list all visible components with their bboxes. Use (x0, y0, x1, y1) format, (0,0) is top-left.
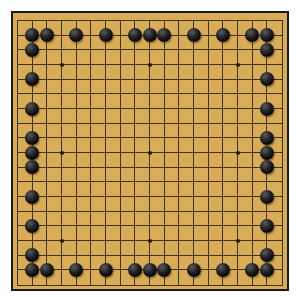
intersection[interactable] (172, 87, 187, 102)
intersection[interactable] (201, 263, 216, 278)
intersection[interactable] (230, 248, 245, 263)
intersection[interactable] (40, 160, 55, 175)
intersection[interactable] (186, 116, 201, 131)
intersection[interactable] (113, 87, 128, 102)
intersection[interactable] (25, 233, 40, 248)
intersection[interactable] (142, 204, 157, 219)
intersection[interactable] (98, 28, 113, 43)
intersection[interactable] (157, 13, 172, 28)
intersection[interactable] (260, 72, 275, 87)
intersection[interactable] (274, 28, 289, 43)
intersection[interactable] (40, 43, 55, 58)
intersection[interactable] (216, 233, 231, 248)
intersection[interactable] (98, 175, 113, 190)
intersection[interactable] (40, 101, 55, 116)
intersection[interactable] (10, 204, 25, 219)
intersection[interactable] (245, 72, 260, 87)
intersection[interactable] (216, 263, 231, 278)
intersection[interactable] (40, 13, 55, 28)
intersection[interactable] (10, 116, 25, 131)
intersection[interactable] (10, 277, 25, 292)
intersection[interactable] (230, 43, 245, 58)
intersection[interactable] (98, 248, 113, 263)
intersection[interactable] (84, 145, 99, 160)
intersection[interactable] (186, 219, 201, 234)
intersection[interactable] (69, 189, 84, 204)
intersection[interactable] (201, 160, 216, 175)
intersection[interactable] (260, 13, 275, 28)
intersection[interactable] (69, 277, 84, 292)
intersection[interactable] (245, 248, 260, 263)
intersection[interactable] (40, 131, 55, 146)
intersection[interactable] (128, 43, 143, 58)
intersection[interactable] (113, 131, 128, 146)
intersection[interactable] (172, 13, 187, 28)
intersection[interactable] (40, 116, 55, 131)
intersection[interactable] (201, 277, 216, 292)
intersection[interactable] (157, 28, 172, 43)
intersection[interactable] (98, 131, 113, 146)
intersection[interactable] (113, 28, 128, 43)
intersection[interactable] (172, 145, 187, 160)
intersection[interactable] (128, 204, 143, 219)
intersection[interactable] (216, 43, 231, 58)
intersection[interactable] (172, 116, 187, 131)
intersection[interactable] (69, 219, 84, 234)
intersection[interactable] (274, 87, 289, 102)
intersection[interactable] (274, 72, 289, 87)
intersection[interactable] (230, 28, 245, 43)
intersection[interactable] (54, 131, 69, 146)
intersection[interactable] (25, 175, 40, 190)
intersection[interactable] (230, 131, 245, 146)
intersection[interactable] (274, 263, 289, 278)
intersection[interactable] (216, 57, 231, 72)
intersection[interactable] (157, 175, 172, 190)
intersection[interactable] (245, 28, 260, 43)
intersection[interactable] (230, 160, 245, 175)
intersection[interactable] (172, 57, 187, 72)
intersection[interactable] (98, 116, 113, 131)
intersection[interactable] (245, 263, 260, 278)
intersection[interactable] (84, 57, 99, 72)
intersection[interactable] (245, 233, 260, 248)
intersection[interactable] (54, 233, 69, 248)
intersection[interactable] (84, 277, 99, 292)
intersection[interactable] (230, 87, 245, 102)
intersection[interactable] (230, 57, 245, 72)
intersection[interactable] (10, 189, 25, 204)
intersection[interactable] (113, 43, 128, 58)
intersection[interactable] (84, 175, 99, 190)
intersection[interactable] (113, 277, 128, 292)
intersection[interactable] (25, 204, 40, 219)
intersection[interactable] (54, 219, 69, 234)
intersection[interactable] (186, 263, 201, 278)
intersection[interactable] (230, 233, 245, 248)
intersection[interactable] (201, 28, 216, 43)
intersection[interactable] (260, 87, 275, 102)
intersection[interactable] (54, 160, 69, 175)
intersection[interactable] (216, 13, 231, 28)
intersection[interactable] (128, 248, 143, 263)
intersection[interactable] (274, 204, 289, 219)
intersection[interactable] (201, 87, 216, 102)
intersection[interactable] (186, 72, 201, 87)
intersection[interactable] (245, 204, 260, 219)
intersection[interactable] (10, 87, 25, 102)
intersection[interactable] (113, 263, 128, 278)
intersection[interactable] (216, 189, 231, 204)
intersection[interactable] (98, 263, 113, 278)
intersection[interactable] (216, 28, 231, 43)
intersection[interactable] (98, 43, 113, 58)
intersection[interactable] (157, 160, 172, 175)
intersection[interactable] (69, 72, 84, 87)
intersection[interactable] (230, 219, 245, 234)
intersection[interactable] (201, 101, 216, 116)
intersection[interactable] (201, 43, 216, 58)
intersection[interactable] (260, 101, 275, 116)
intersection[interactable] (98, 277, 113, 292)
intersection[interactable] (40, 248, 55, 263)
intersection[interactable] (201, 219, 216, 234)
intersection[interactable] (216, 219, 231, 234)
intersection[interactable] (260, 116, 275, 131)
intersection[interactable] (201, 233, 216, 248)
intersection[interactable] (69, 263, 84, 278)
intersection[interactable] (201, 131, 216, 146)
intersection[interactable] (84, 131, 99, 146)
intersection[interactable] (157, 131, 172, 146)
intersection[interactable] (186, 145, 201, 160)
intersection[interactable] (25, 160, 40, 175)
intersection[interactable] (98, 160, 113, 175)
intersection[interactable] (84, 87, 99, 102)
intersection[interactable] (216, 204, 231, 219)
intersection[interactable] (128, 263, 143, 278)
intersection[interactable] (69, 204, 84, 219)
intersection[interactable] (260, 277, 275, 292)
intersection[interactable] (245, 87, 260, 102)
intersection[interactable] (230, 116, 245, 131)
intersection[interactable] (245, 131, 260, 146)
intersection[interactable] (245, 101, 260, 116)
intersection[interactable] (40, 57, 55, 72)
intersection[interactable] (10, 175, 25, 190)
intersection[interactable] (98, 57, 113, 72)
intersection[interactable] (260, 57, 275, 72)
intersection[interactable] (54, 28, 69, 43)
intersection[interactable] (216, 72, 231, 87)
intersection[interactable] (201, 13, 216, 28)
intersection[interactable] (10, 263, 25, 278)
intersection[interactable] (230, 263, 245, 278)
intersection[interactable] (260, 219, 275, 234)
intersection[interactable] (157, 277, 172, 292)
intersection[interactable] (54, 101, 69, 116)
intersection[interactable] (54, 175, 69, 190)
intersection[interactable] (69, 248, 84, 263)
intersection[interactable] (142, 13, 157, 28)
intersection[interactable] (69, 43, 84, 58)
intersection[interactable] (274, 145, 289, 160)
intersection[interactable] (54, 263, 69, 278)
intersection[interactable] (274, 57, 289, 72)
intersection[interactable] (142, 248, 157, 263)
intersection[interactable] (113, 57, 128, 72)
intersection[interactable] (245, 189, 260, 204)
intersection[interactable] (84, 263, 99, 278)
intersection[interactable] (142, 189, 157, 204)
intersection[interactable] (186, 87, 201, 102)
intersection[interactable] (113, 175, 128, 190)
intersection[interactable] (25, 72, 40, 87)
intersection[interactable] (201, 175, 216, 190)
intersection[interactable] (54, 277, 69, 292)
intersection[interactable] (274, 131, 289, 146)
intersection[interactable] (10, 43, 25, 58)
intersection[interactable] (69, 131, 84, 146)
intersection[interactable] (54, 72, 69, 87)
intersection[interactable] (10, 57, 25, 72)
intersection[interactable] (274, 43, 289, 58)
intersection[interactable] (54, 204, 69, 219)
intersection[interactable] (54, 116, 69, 131)
intersection[interactable] (40, 72, 55, 87)
intersection[interactable] (186, 28, 201, 43)
intersection[interactable] (40, 175, 55, 190)
intersection[interactable] (84, 219, 99, 234)
intersection[interactable] (260, 28, 275, 43)
intersection[interactable] (69, 175, 84, 190)
intersection[interactable] (69, 57, 84, 72)
intersection[interactable] (25, 43, 40, 58)
intersection[interactable] (245, 277, 260, 292)
intersection[interactable] (186, 43, 201, 58)
intersection[interactable] (201, 72, 216, 87)
intersection[interactable] (40, 189, 55, 204)
intersection[interactable] (274, 160, 289, 175)
intersection[interactable] (40, 28, 55, 43)
intersection[interactable] (84, 43, 99, 58)
intersection[interactable] (245, 57, 260, 72)
intersection[interactable] (157, 72, 172, 87)
intersection[interactable] (128, 28, 143, 43)
intersection[interactable] (40, 145, 55, 160)
intersection[interactable] (25, 263, 40, 278)
intersection[interactable] (157, 43, 172, 58)
intersection[interactable] (25, 101, 40, 116)
intersection[interactable] (172, 219, 187, 234)
intersection[interactable] (245, 13, 260, 28)
intersection[interactable] (54, 57, 69, 72)
intersection[interactable] (54, 13, 69, 28)
intersection[interactable] (69, 233, 84, 248)
intersection[interactable] (142, 101, 157, 116)
intersection[interactable] (40, 87, 55, 102)
intersection[interactable] (84, 248, 99, 263)
intersection[interactable] (245, 175, 260, 190)
intersection[interactable] (157, 101, 172, 116)
intersection[interactable] (25, 131, 40, 146)
intersection[interactable] (84, 233, 99, 248)
intersection[interactable] (216, 87, 231, 102)
intersection[interactable] (216, 145, 231, 160)
intersection[interactable] (274, 175, 289, 190)
intersection[interactable] (216, 175, 231, 190)
intersection[interactable] (172, 28, 187, 43)
intersection[interactable] (113, 13, 128, 28)
intersection[interactable] (84, 101, 99, 116)
intersection[interactable] (69, 160, 84, 175)
intersection[interactable] (172, 263, 187, 278)
intersection[interactable] (157, 116, 172, 131)
intersection[interactable] (216, 248, 231, 263)
intersection[interactable] (54, 248, 69, 263)
intersection[interactable] (10, 101, 25, 116)
intersection[interactable] (10, 28, 25, 43)
intersection[interactable] (157, 263, 172, 278)
intersection[interactable] (230, 145, 245, 160)
intersection[interactable] (274, 219, 289, 234)
intersection[interactable] (186, 13, 201, 28)
intersection[interactable] (260, 131, 275, 146)
intersection[interactable] (172, 248, 187, 263)
intersection[interactable] (128, 57, 143, 72)
intersection[interactable] (40, 204, 55, 219)
intersection[interactable] (25, 28, 40, 43)
intersection[interactable] (10, 160, 25, 175)
intersection[interactable] (40, 233, 55, 248)
intersection[interactable] (128, 175, 143, 190)
intersection[interactable] (186, 131, 201, 146)
intersection[interactable] (142, 160, 157, 175)
intersection[interactable] (216, 277, 231, 292)
intersection[interactable] (113, 116, 128, 131)
intersection[interactable] (25, 248, 40, 263)
intersection[interactable] (10, 145, 25, 160)
intersection[interactable] (69, 116, 84, 131)
intersection[interactable] (113, 204, 128, 219)
intersection[interactable] (172, 101, 187, 116)
intersection[interactable] (128, 189, 143, 204)
intersection[interactable] (172, 175, 187, 190)
intersection[interactable] (260, 263, 275, 278)
intersection[interactable] (201, 57, 216, 72)
intersection[interactable] (40, 263, 55, 278)
intersection[interactable] (186, 233, 201, 248)
intersection[interactable] (128, 160, 143, 175)
intersection[interactable] (186, 248, 201, 263)
intersection[interactable] (98, 72, 113, 87)
intersection[interactable] (10, 131, 25, 146)
intersection[interactable] (113, 248, 128, 263)
intersection[interactable] (186, 204, 201, 219)
intersection[interactable] (128, 145, 143, 160)
intersection[interactable] (54, 87, 69, 102)
intersection[interactable] (230, 277, 245, 292)
intersection[interactable] (128, 131, 143, 146)
intersection[interactable] (274, 101, 289, 116)
intersection[interactable] (10, 219, 25, 234)
intersection[interactable] (25, 145, 40, 160)
intersection[interactable] (113, 145, 128, 160)
intersection[interactable] (10, 72, 25, 87)
intersection[interactable] (274, 13, 289, 28)
intersection[interactable] (230, 204, 245, 219)
intersection[interactable] (201, 248, 216, 263)
intersection[interactable] (157, 145, 172, 160)
intersection[interactable] (142, 57, 157, 72)
intersection[interactable] (98, 101, 113, 116)
intersection[interactable] (172, 131, 187, 146)
intersection[interactable] (128, 219, 143, 234)
intersection[interactable] (113, 189, 128, 204)
intersection[interactable] (260, 43, 275, 58)
intersection[interactable] (157, 248, 172, 263)
intersection[interactable] (186, 175, 201, 190)
intersection[interactable] (230, 101, 245, 116)
intersection[interactable] (172, 160, 187, 175)
intersection[interactable] (142, 233, 157, 248)
intersection[interactable] (186, 189, 201, 204)
intersection[interactable] (128, 13, 143, 28)
intersection[interactable] (245, 219, 260, 234)
intersection[interactable] (142, 28, 157, 43)
intersection[interactable] (98, 87, 113, 102)
intersection[interactable] (84, 189, 99, 204)
intersection[interactable] (142, 87, 157, 102)
intersection[interactable] (157, 219, 172, 234)
intersection[interactable] (54, 43, 69, 58)
intersection[interactable] (113, 101, 128, 116)
intersection[interactable] (245, 43, 260, 58)
intersection[interactable] (274, 233, 289, 248)
intersection[interactable] (113, 233, 128, 248)
intersection[interactable] (98, 204, 113, 219)
intersection[interactable] (186, 160, 201, 175)
intersection[interactable] (128, 116, 143, 131)
intersection[interactable] (216, 160, 231, 175)
intersection[interactable] (69, 28, 84, 43)
intersection[interactable] (274, 277, 289, 292)
intersection[interactable] (54, 189, 69, 204)
intersection[interactable] (157, 204, 172, 219)
intersection[interactable] (142, 131, 157, 146)
intersection[interactable] (128, 101, 143, 116)
intersection[interactable] (142, 43, 157, 58)
intersection[interactable] (157, 233, 172, 248)
intersection[interactable] (69, 101, 84, 116)
intersection[interactable] (201, 145, 216, 160)
intersection[interactable] (25, 277, 40, 292)
intersection[interactable] (172, 72, 187, 87)
intersection[interactable] (172, 277, 187, 292)
intersection[interactable] (84, 13, 99, 28)
intersection[interactable] (260, 175, 275, 190)
intersection[interactable] (98, 13, 113, 28)
intersection[interactable] (69, 87, 84, 102)
intersection[interactable] (172, 189, 187, 204)
intersection[interactable] (216, 131, 231, 146)
intersection[interactable] (25, 57, 40, 72)
intersection[interactable] (172, 43, 187, 58)
intersection[interactable] (142, 175, 157, 190)
intersection[interactable] (142, 72, 157, 87)
intersection[interactable] (113, 219, 128, 234)
intersection[interactable] (98, 145, 113, 160)
